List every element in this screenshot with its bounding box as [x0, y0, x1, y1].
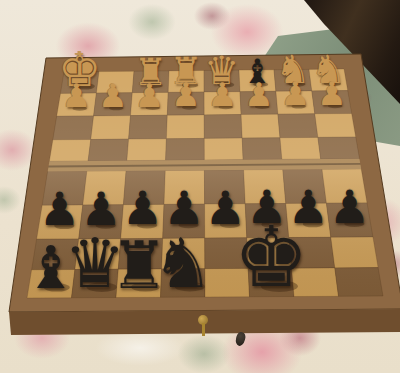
piece-white-pawn-e2[interactable]: ♟: [208, 79, 237, 112]
key-stem: [202, 323, 205, 336]
piece-white-pawn-g2[interactable]: ♟: [281, 79, 310, 112]
piece-black-knight-d8[interactable]: ♞: [152, 230, 213, 298]
piece-black-king-f8[interactable]: ♚: [233, 216, 308, 300]
piece-white-pawn-c2[interactable]: ♟: [135, 80, 164, 113]
piece-white-pawn-h2[interactable]: ♟: [317, 78, 346, 111]
piece-white-pawn-f2[interactable]: ♟: [244, 79, 273, 112]
photo-scene: ♝♛♜♞♚♟♟♟♟♟♟♟♟♟♟♟♟♟♟♟♟♚♜♜♛♝♞♞: [0, 0, 400, 373]
piece-white-pawn-d2[interactable]: ♟: [171, 80, 200, 113]
piece-white-pawn-a2[interactable]: ♟: [62, 81, 91, 114]
piece-black-pawn-h6[interactable]: ♟: [329, 185, 370, 231]
brass-key[interactable]: [197, 315, 209, 337]
piece-white-pawn-b2[interactable]: ♟: [98, 80, 127, 113]
